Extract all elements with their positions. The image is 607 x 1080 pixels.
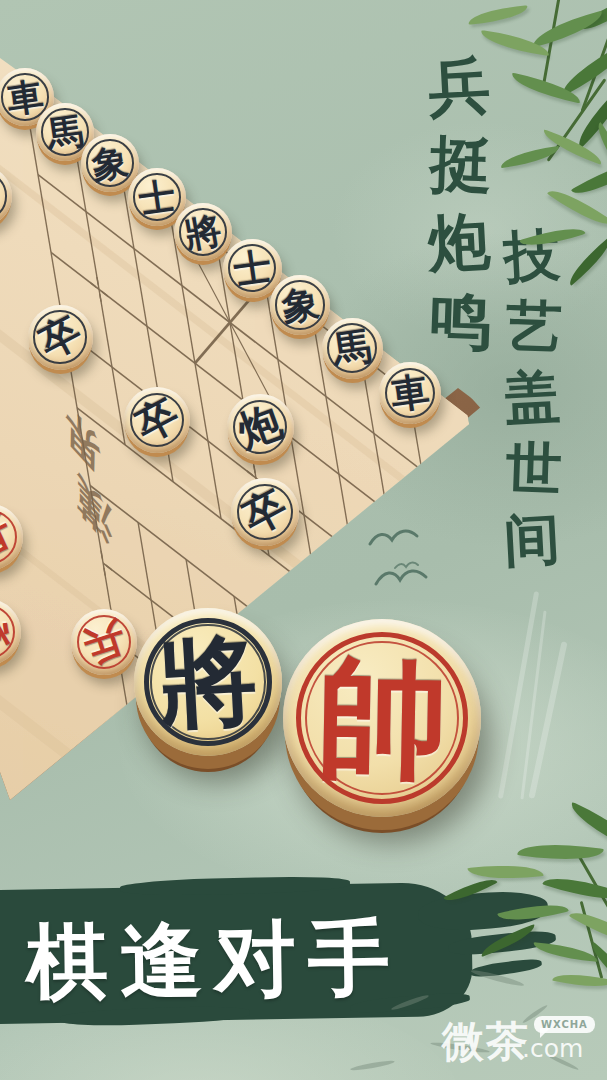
poster-canvas: 界漢 車馬象士將士象馬車卒卒炮卒兵炮兵將帥 兵挺炮鸣 技艺盖世间 棋逢对手 微茶… [0,0,607,1080]
piece-glyph: 馬 [331,327,374,370]
calligraphy-char: 盖 [503,368,562,427]
bamboo-leaf [533,942,599,962]
piece-glyph: 兵 [78,616,130,668]
bamboo-leaf [517,837,604,867]
bamboo-leaf [467,860,543,884]
piece-馬: 馬 [322,318,383,379]
piece-glyph: 帥 [315,651,448,784]
piece-卒: 卒 [124,387,190,453]
watermark-brand: 微茶 [442,1014,530,1070]
watermark-domain: .com [522,1034,583,1063]
calligraphy-char: 炮 [426,210,491,275]
piece-glyph: 卒 [129,392,184,447]
piece-glyph: 將 [182,211,224,253]
piece-glyph: 炮 [233,400,287,454]
calligraphy-char: 间 [503,510,562,569]
piece-glyph: 將 [157,631,260,734]
piece-卒: 卒 [231,478,299,546]
piece-glyph: 馬 [45,112,86,153]
piece-兵: 兵 [71,609,137,675]
calligraphy-char: 挺 [429,133,493,197]
watermark: 微茶 WXCHA .com [440,1008,600,1074]
watermark-badge: WXCHA [534,1016,595,1033]
bamboo-leaf [529,11,606,48]
calligraphy-char: 艺 [505,297,563,355]
piece-glyph: 炮 [0,604,16,660]
bamboo-leaf [468,5,529,24]
bamboo-stem [580,901,604,979]
bamboo-leaf [542,868,607,909]
piece-glyph: 卒 [237,484,294,541]
piece-glyph: 車 [5,77,46,118]
piece-glyph: 象 [279,284,321,326]
piece-glyph: 車 [389,372,432,415]
piece-士: 士 [223,239,282,298]
piece-glyph: 士 [137,177,178,218]
piece-glyph: 兵 [0,510,17,564]
piece-卒: 卒 [28,305,93,370]
birds-icon [362,518,452,608]
piece-車: 車 [379,362,441,424]
piece-glyph: 象 [90,143,131,184]
piece-glyph: 士 [231,247,273,289]
piece-象: 象 [270,275,330,335]
calligraphy-char: 世 [505,439,563,497]
piece-glyph: 卒 [33,310,87,364]
calligraphy-char: 兵 [426,54,491,119]
waterfall-streak [528,641,567,799]
calligraphy-char: 鸣 [429,289,493,353]
piece-帥: 帥 [283,619,481,817]
calligraphy-line-1: 兵挺炮鸣 [428,56,490,352]
piece-炮: 炮 [227,394,294,461]
banner-title: 棋逢对手 [25,903,402,1018]
piece-將: 將 [134,608,282,756]
ink-debris-mark [350,1059,395,1072]
calligraphy-line-2: 技艺盖世间 [504,227,560,567]
bamboo-leaf [563,237,607,286]
piece-將: 將 [174,203,232,261]
